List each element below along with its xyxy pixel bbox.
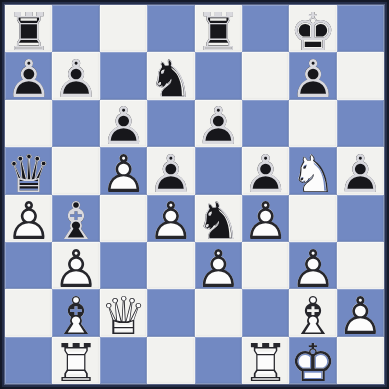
square-c8[interactable]: [100, 5, 147, 52]
square-h6[interactable]: [337, 100, 384, 147]
square-f8[interactable]: [242, 5, 289, 52]
square-f6[interactable]: [242, 100, 289, 147]
piece-white-knight[interactable]: ♞♘: [289, 147, 336, 194]
square-b6[interactable]: [52, 100, 99, 147]
square-c2[interactable]: ♛♕: [100, 289, 147, 336]
square-e6[interactable]: ♟♙: [195, 100, 242, 147]
square-g6[interactable]: [289, 100, 336, 147]
square-g8[interactable]: ♚♔: [289, 5, 336, 52]
piece-white-queen[interactable]: ♛♕: [100, 289, 147, 336]
square-a5[interactable]: ♛♕: [5, 147, 52, 194]
square-a2[interactable]: [5, 289, 52, 336]
piece-black-queen[interactable]: ♛♕: [5, 147, 52, 194]
piece-white-pawn[interactable]: ♟♙: [5, 195, 52, 242]
square-a3[interactable]: [5, 242, 52, 289]
square-f1[interactable]: ♜♖: [242, 337, 289, 384]
chess-board-frame: ♜♖♜♖♚♔♟♙♟♙♞♘♟♙♟♙♟♙♛♕♟♙♟♙♟♙♞♘♟♙♟♙♝♗♟♙♞♘♟♙…: [0, 0, 389, 389]
piece-black-pawn[interactable]: ♟♙: [242, 147, 289, 194]
square-b7[interactable]: ♟♙: [52, 52, 99, 99]
piece-glyph-outline: ♖: [195, 6, 242, 58]
square-g3[interactable]: ♟♙: [289, 242, 336, 289]
piece-black-king[interactable]: ♚♔: [289, 5, 336, 52]
square-e2[interactable]: [195, 289, 242, 336]
square-d2[interactable]: [147, 289, 194, 336]
square-f5[interactable]: ♟♙: [242, 147, 289, 194]
piece-glyph-outline: ♖: [53, 337, 100, 389]
square-d1[interactable]: [147, 337, 194, 384]
square-h2[interactable]: ♟♙: [337, 289, 384, 336]
square-b3[interactable]: ♟♙: [52, 242, 99, 289]
square-c1[interactable]: [100, 337, 147, 384]
square-d5[interactable]: ♟♙: [147, 147, 194, 194]
square-c6[interactable]: ♟♙: [100, 100, 147, 147]
square-g2[interactable]: ♝♗: [289, 289, 336, 336]
piece-glyph-outline: ♙: [290, 53, 337, 105]
piece-white-bishop[interactable]: ♝♗: [289, 289, 336, 336]
square-a1[interactable]: [5, 337, 52, 384]
square-d4[interactable]: ♟♙: [147, 195, 194, 242]
square-h3[interactable]: [337, 242, 384, 289]
square-e5[interactable]: [195, 147, 242, 194]
square-c3[interactable]: [100, 242, 147, 289]
square-e4[interactable]: ♞♘: [195, 195, 242, 242]
square-f3[interactable]: [242, 242, 289, 289]
square-f7[interactable]: [242, 52, 289, 99]
piece-white-king[interactable]: ♚♔: [289, 337, 336, 384]
square-h8[interactable]: [337, 5, 384, 52]
square-d3[interactable]: [147, 242, 194, 289]
square-b4[interactable]: ♝♗: [52, 195, 99, 242]
square-c7[interactable]: [100, 52, 147, 99]
piece-black-pawn[interactable]: ♟♙: [147, 147, 194, 194]
piece-black-pawn[interactable]: ♟♙: [195, 100, 242, 147]
square-h7[interactable]: [337, 52, 384, 99]
square-e7[interactable]: [195, 52, 242, 99]
square-d8[interactable]: [147, 5, 194, 52]
square-e1[interactable]: [195, 337, 242, 384]
square-d6[interactable]: [147, 100, 194, 147]
piece-glyph-outline: ♘: [148, 53, 195, 105]
square-d7[interactable]: ♞♘: [147, 52, 194, 99]
square-b1[interactable]: ♜♖: [52, 337, 99, 384]
piece-black-pawn[interactable]: ♟♙: [100, 100, 147, 147]
square-h4[interactable]: [337, 195, 384, 242]
piece-black-pawn[interactable]: ♟♙: [289, 52, 336, 99]
chess-board: ♜♖♜♖♚♔♟♙♟♙♞♘♟♙♟♙♟♙♛♕♟♙♟♙♟♙♞♘♟♙♟♙♝♗♟♙♞♘♟♙…: [5, 5, 384, 384]
square-c5[interactable]: ♟♙: [100, 147, 147, 194]
piece-white-bishop[interactable]: ♝♗: [52, 289, 99, 336]
piece-black-pawn[interactable]: ♟♙: [5, 52, 52, 99]
piece-glyph-outline: ♙: [5, 53, 52, 105]
square-g4[interactable]: [289, 195, 336, 242]
piece-black-knight[interactable]: ♞♘: [195, 195, 242, 242]
square-a4[interactable]: ♟♙: [5, 195, 52, 242]
square-e3[interactable]: ♟♙: [195, 242, 242, 289]
square-g7[interactable]: ♟♙: [289, 52, 336, 99]
piece-white-pawn[interactable]: ♟♙: [289, 242, 336, 289]
piece-glyph-outline: ♕: [100, 290, 147, 342]
square-a6[interactable]: [5, 100, 52, 147]
piece-glyph-outline: ♙: [5, 195, 52, 247]
piece-white-pawn[interactable]: ♟♙: [147, 195, 194, 242]
piece-glyph-outline: ♙: [337, 148, 384, 200]
square-f2[interactable]: [242, 289, 289, 336]
piece-glyph-outline: ♙: [195, 243, 242, 295]
piece-glyph-outline: ♙: [53, 53, 100, 105]
square-a7[interactable]: ♟♙: [5, 52, 52, 99]
piece-white-pawn[interactable]: ♟♙: [242, 195, 289, 242]
square-g1[interactable]: ♚♔: [289, 337, 336, 384]
piece-white-pawn[interactable]: ♟♙: [52, 242, 99, 289]
piece-black-pawn[interactable]: ♟♙: [337, 147, 384, 194]
piece-white-rook[interactable]: ♜♖: [52, 337, 99, 384]
square-h1[interactable]: [337, 337, 384, 384]
square-h5[interactable]: ♟♙: [337, 147, 384, 194]
piece-glyph-outline: ♙: [148, 195, 195, 247]
square-g5[interactable]: ♞♘: [289, 147, 336, 194]
piece-glyph-outline: ♙: [195, 100, 242, 152]
piece-glyph-outline: ♔: [290, 337, 337, 389]
square-c4[interactable]: [100, 195, 147, 242]
piece-white-pawn[interactable]: ♟♙: [337, 289, 384, 336]
square-f4[interactable]: ♟♙: [242, 195, 289, 242]
piece-white-rook[interactable]: ♜♖: [242, 337, 289, 384]
square-b2[interactable]: ♝♗: [52, 289, 99, 336]
piece-black-bishop[interactable]: ♝♗: [52, 195, 99, 242]
piece-white-pawn[interactable]: ♟♙: [100, 147, 147, 194]
square-a8[interactable]: ♜♖: [5, 5, 52, 52]
piece-black-knight[interactable]: ♞♘: [147, 52, 194, 99]
piece-black-rook[interactable]: ♜♖: [5, 5, 52, 52]
piece-glyph-outline: ♙: [337, 290, 384, 342]
square-b8[interactable]: [52, 5, 99, 52]
square-b5[interactable]: [52, 147, 99, 194]
piece-black-rook[interactable]: ♜♖: [195, 5, 242, 52]
piece-black-pawn[interactable]: ♟♙: [52, 52, 99, 99]
piece-glyph-outline: ♙: [242, 195, 289, 247]
piece-glyph-outline: ♖: [242, 337, 289, 389]
square-e8[interactable]: ♜♖: [195, 5, 242, 52]
piece-white-pawn[interactable]: ♟♙: [195, 242, 242, 289]
piece-glyph-outline: ♘: [290, 148, 337, 200]
piece-glyph-outline: ♙: [100, 148, 147, 200]
